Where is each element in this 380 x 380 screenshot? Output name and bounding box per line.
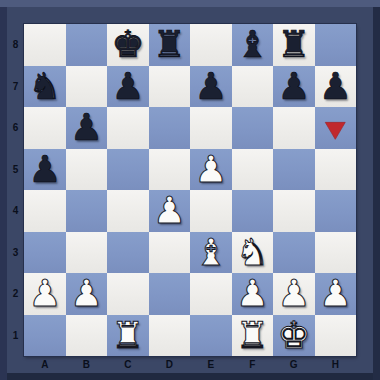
- square-g2[interactable]: ♟: [273, 273, 315, 315]
- square-e3[interactable]: ♝: [190, 232, 232, 274]
- rank-label-7: 7: [7, 66, 24, 108]
- file-label-c: C: [107, 355, 149, 373]
- square-f2[interactable]: ♟: [232, 273, 274, 315]
- square-e8[interactable]: [190, 24, 232, 66]
- square-f7[interactable]: [232, 66, 274, 108]
- piece-black-pawn-e7[interactable]: ♟: [194, 66, 227, 108]
- piece-white-pawn-f2[interactable]: ♟: [236, 273, 269, 315]
- square-g4[interactable]: [273, 190, 315, 232]
- square-a7[interactable]: ♞: [24, 66, 66, 108]
- piece-black-pawn-g7[interactable]: ♟: [277, 66, 310, 108]
- square-d5[interactable]: [149, 149, 191, 191]
- rank-label-8: 8: [7, 24, 24, 66]
- square-e5[interactable]: ♟: [190, 149, 232, 191]
- square-a4[interactable]: [24, 190, 66, 232]
- square-c6[interactable]: [107, 107, 149, 149]
- file-label-d: D: [149, 355, 191, 373]
- square-g5[interactable]: [273, 149, 315, 191]
- square-f4[interactable]: [232, 190, 274, 232]
- file-label-a: A: [24, 355, 66, 373]
- square-b1[interactable]: [66, 315, 108, 357]
- square-b8[interactable]: [66, 24, 108, 66]
- piece-white-pawn-a2[interactable]: ♟: [28, 273, 61, 315]
- square-e6[interactable]: [190, 107, 232, 149]
- piece-black-knight-a7[interactable]: ♞: [28, 66, 61, 108]
- square-b5[interactable]: [66, 149, 108, 191]
- square-h3[interactable]: [315, 232, 357, 274]
- square-b3[interactable]: [66, 232, 108, 274]
- square-g8[interactable]: ♜: [273, 24, 315, 66]
- square-e7[interactable]: ♟: [190, 66, 232, 108]
- chess-board-window: 87654321 ABCDEFGH ♚♜♝♜♞♟♟♟♟♟♟♟♟♝♞♟♟♟♟♟♜♜…: [0, 0, 380, 380]
- square-a6[interactable]: [24, 107, 66, 149]
- rank-label-2: 2: [7, 273, 24, 315]
- square-g6[interactable]: [273, 107, 315, 149]
- file-label-f: F: [232, 355, 274, 373]
- square-d6[interactable]: [149, 107, 191, 149]
- square-f6[interactable]: [232, 107, 274, 149]
- file-label-b: B: [66, 355, 108, 373]
- frame-bevel-top: [0, 0, 380, 7]
- square-c2[interactable]: [107, 273, 149, 315]
- piece-white-pawn-d4[interactable]: ♟: [153, 190, 186, 232]
- square-b6[interactable]: ♟: [66, 107, 108, 149]
- square-g7[interactable]: ♟: [273, 66, 315, 108]
- square-h6[interactable]: [315, 107, 357, 149]
- square-c3[interactable]: [107, 232, 149, 274]
- square-f5[interactable]: [232, 149, 274, 191]
- piece-black-pawn-b6[interactable]: ♟: [70, 107, 103, 149]
- piece-black-pawn-h7[interactable]: ♟: [319, 66, 352, 108]
- square-b4[interactable]: [66, 190, 108, 232]
- piece-white-knight-f3[interactable]: ♞: [236, 232, 269, 274]
- piece-black-pawn-a5[interactable]: ♟: [28, 149, 61, 191]
- square-a2[interactable]: ♟: [24, 273, 66, 315]
- piece-white-pawn-g2[interactable]: ♟: [277, 273, 310, 315]
- rank-label-4: 4: [7, 190, 24, 232]
- square-d3[interactable]: [149, 232, 191, 274]
- square-d2[interactable]: [149, 273, 191, 315]
- frame-bevel-left: [0, 7, 7, 380]
- square-h2[interactable]: ♟: [315, 273, 357, 315]
- frame-bevel-right: [373, 7, 380, 380]
- square-a5[interactable]: ♟: [24, 149, 66, 191]
- piece-black-pawn-c7[interactable]: ♟: [111, 66, 144, 108]
- square-d8[interactable]: ♜: [149, 24, 191, 66]
- file-label-g: G: [273, 355, 315, 373]
- piece-white-bishop-e3[interactable]: ♝: [194, 232, 227, 274]
- square-d7[interactable]: [149, 66, 191, 108]
- square-a3[interactable]: [24, 232, 66, 274]
- square-d1[interactable]: [149, 315, 191, 357]
- square-h4[interactable]: [315, 190, 357, 232]
- frame-bevel-bottom: [7, 373, 373, 380]
- piece-black-king-c8[interactable]: ♚: [111, 24, 144, 66]
- square-a8[interactable]: [24, 24, 66, 66]
- square-c8[interactable]: ♚: [107, 24, 149, 66]
- piece-white-pawn-h2[interactable]: ♟: [319, 273, 352, 315]
- square-d4[interactable]: ♟: [149, 190, 191, 232]
- file-label-h: H: [315, 355, 357, 373]
- square-b7[interactable]: [66, 66, 108, 108]
- square-c4[interactable]: [107, 190, 149, 232]
- square-f8[interactable]: ♝: [232, 24, 274, 66]
- square-h1[interactable]: [315, 315, 357, 357]
- square-e1[interactable]: [190, 315, 232, 357]
- square-c1[interactable]: ♜: [107, 315, 149, 357]
- chess-board: ♚♜♝♜♞♟♟♟♟♟♟♟♟♝♞♟♟♟♟♟♜♜♚: [24, 24, 356, 356]
- square-e4[interactable]: [190, 190, 232, 232]
- piece-black-rook-d8[interactable]: ♜: [153, 24, 186, 66]
- square-h8[interactable]: [315, 24, 357, 66]
- square-f3[interactable]: ♞: [232, 232, 274, 274]
- rank-label-3: 3: [7, 232, 24, 274]
- piece-white-rook-f1[interactable]: ♜: [236, 315, 269, 357]
- square-h7[interactable]: ♟: [315, 66, 357, 108]
- rank-label-5: 5: [7, 149, 24, 191]
- piece-white-rook-c1[interactable]: ♜: [111, 315, 144, 357]
- square-e2[interactable]: [190, 273, 232, 315]
- rank-label-6: 6: [7, 107, 24, 149]
- square-c7[interactable]: ♟: [107, 66, 149, 108]
- piece-white-pawn-e5[interactable]: ♟: [194, 149, 227, 191]
- square-c5[interactable]: [107, 149, 149, 191]
- square-b2[interactable]: ♟: [66, 273, 108, 315]
- square-h5[interactable]: [315, 149, 357, 191]
- square-f1[interactable]: ♜: [232, 315, 274, 357]
- square-g1[interactable]: ♚: [273, 315, 315, 357]
- piece-black-bishop-f8[interactable]: ♝: [236, 24, 269, 66]
- piece-white-king-g1[interactable]: ♚: [277, 315, 310, 357]
- piece-black-rook-g8[interactable]: ♜: [277, 24, 310, 66]
- square-g3[interactable]: [273, 232, 315, 274]
- file-label-e: E: [190, 355, 232, 373]
- piece-white-pawn-b2[interactable]: ♟: [70, 273, 103, 315]
- rank-label-1: 1: [7, 315, 24, 357]
- square-a1[interactable]: [24, 315, 66, 357]
